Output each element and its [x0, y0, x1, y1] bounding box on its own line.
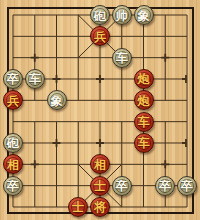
piece-glyph: 车	[116, 52, 128, 64]
piece-gray-pawn[interactable]: 卒	[112, 176, 132, 196]
piece-glyph: 炮	[138, 95, 150, 107]
piece-gray-chariot[interactable]: 车	[112, 48, 132, 68]
xiangqi-board: 砲帅象兵车卒车炮兵象炮车砲车相相卒士卒卒卒士将	[0, 0, 200, 220]
piece-gray-pawn[interactable]: 卒	[3, 176, 23, 196]
piece-red-general[interactable]: 将	[90, 197, 110, 217]
piece-glyph: 卒	[181, 180, 193, 192]
piece-gray-elephant[interactable]: 象	[134, 5, 154, 25]
pieces-layer: 砲帅象兵车卒车炮兵象炮车砲车相相卒士卒卒卒士将	[0, 0, 200, 220]
piece-red-pawn[interactable]: 兵	[3, 90, 23, 110]
piece-glyph: 炮	[138, 73, 150, 85]
piece-glyph: 帅	[116, 10, 128, 22]
piece-red-advisor[interactable]: 士	[90, 176, 110, 196]
piece-glyph: 兵	[94, 31, 106, 43]
piece-glyph: 车	[29, 73, 41, 85]
piece-red-chariot[interactable]: 车	[134, 133, 154, 153]
piece-glyph: 象	[51, 95, 63, 107]
piece-red-pawn[interactable]: 兵	[90, 26, 110, 46]
piece-glyph: 士	[72, 201, 84, 213]
piece-glyph: 卒	[159, 180, 171, 192]
piece-gray-cannon[interactable]: 砲	[90, 5, 110, 25]
piece-glyph: 将	[94, 201, 106, 213]
piece-gray-elephant[interactable]: 象	[47, 90, 67, 110]
piece-glyph: 砲	[7, 137, 19, 149]
piece-red-elephant[interactable]: 相	[3, 154, 23, 174]
piece-glyph: 兵	[7, 95, 19, 107]
piece-glyph: 卒	[116, 180, 128, 192]
piece-red-elephant[interactable]: 相	[90, 154, 110, 174]
piece-glyph: 车	[138, 116, 150, 128]
piece-red-cannon[interactable]: 炮	[134, 69, 154, 89]
piece-gray-pawn[interactable]: 卒	[155, 176, 175, 196]
piece-gray-chariot[interactable]: 车	[25, 69, 45, 89]
piece-gray-cannon[interactable]: 砲	[3, 133, 23, 153]
piece-gray-pawn[interactable]: 卒	[177, 176, 197, 196]
piece-glyph: 士	[94, 180, 106, 192]
piece-red-chariot[interactable]: 车	[134, 112, 154, 132]
piece-red-cannon[interactable]: 炮	[134, 90, 154, 110]
piece-glyph: 相	[7, 159, 19, 171]
piece-gray-general[interactable]: 帅	[112, 5, 132, 25]
piece-red-advisor[interactable]: 士	[68, 197, 88, 217]
piece-glyph: 卒	[7, 180, 19, 192]
piece-glyph: 象	[138, 10, 150, 22]
piece-glyph: 卒	[7, 73, 19, 85]
piece-glyph: 砲	[94, 10, 106, 22]
piece-gray-pawn[interactable]: 卒	[3, 69, 23, 89]
piece-glyph: 相	[94, 159, 106, 171]
piece-glyph: 车	[138, 137, 150, 149]
